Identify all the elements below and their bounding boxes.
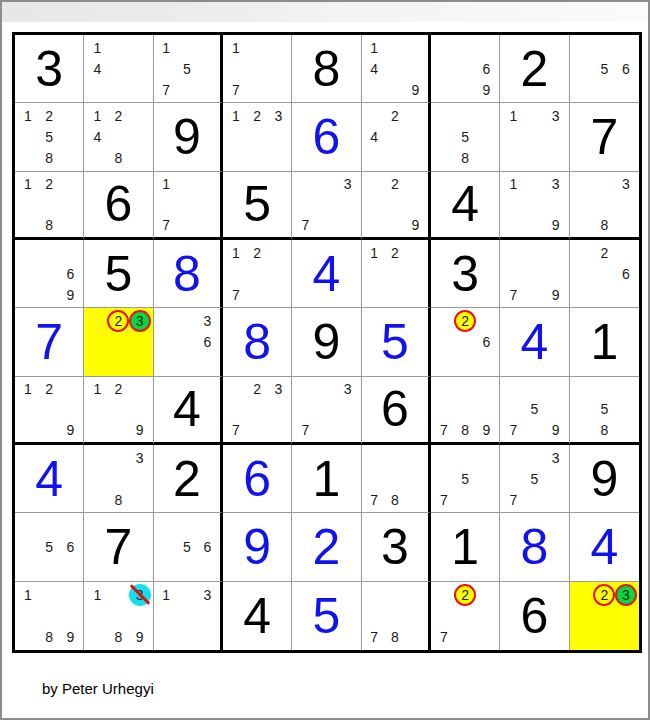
given-digit: 7 (570, 103, 639, 170)
sudoku-board: 3141571781496925612581248912362458137128… (12, 32, 642, 653)
candidate-4: 4 (363, 58, 385, 80)
cell-r6c9[interactable]: 58 (570, 377, 639, 445)
cell-r1c8[interactable]: 2 (500, 35, 569, 103)
cell-r2c9[interactable]: 7 (570, 103, 639, 171)
candidate-6: 6 (196, 536, 218, 558)
cell-r5c7[interactable]: 26 (431, 308, 500, 376)
candidate-5: 5 (523, 398, 545, 420)
candidate-7: 7 (155, 214, 177, 236)
cell-r1c5[interactable]: 8 (292, 35, 361, 103)
candidate-8: 8 (593, 419, 615, 441)
solved-digit: 4 (15, 445, 83, 512)
cell-r9c8[interactable]: 6 (500, 582, 569, 650)
cell-r8c5[interactable]: 2 (292, 513, 361, 581)
given-digit: 7 (84, 513, 152, 580)
given-digit: 1 (431, 513, 499, 580)
candidate-7: 7 (502, 419, 524, 441)
candidate-7: 7 (225, 419, 247, 441)
cell-r5c8[interactable]: 4 (500, 308, 569, 376)
cell-r5c5[interactable]: 9 (292, 308, 361, 376)
candidate-4: 4 (86, 126, 108, 148)
cell-r6c1[interactable]: 129 (15, 377, 84, 445)
cell-r4c1[interactable]: 69 (15, 240, 84, 308)
candidate-6: 6 (475, 331, 497, 353)
cell-r7c3[interactable]: 2 (154, 445, 223, 513)
cell-r5c3[interactable]: 36 (154, 308, 223, 376)
candidate-8: 8 (454, 419, 476, 441)
given-digit: 1 (570, 308, 639, 375)
cell-r6c8[interactable]: 579 (500, 377, 569, 445)
cell-r9c1[interactable]: 189 (15, 582, 84, 650)
candidate-3-circled: 3 (129, 310, 151, 332)
cell-r8c4[interactable]: 9 (223, 513, 292, 581)
cell-r5c2[interactable]: 23 (84, 308, 153, 376)
candidate-7: 7 (433, 626, 455, 648)
cell-r3c7[interactable]: 4 (431, 172, 500, 240)
given-digit: 3 (15, 35, 83, 102)
candidate-3: 3 (129, 447, 151, 469)
cell-r8c8[interactable]: 8 (500, 513, 569, 581)
candidate-9: 9 (129, 419, 151, 441)
candidate-2: 2 (38, 173, 60, 195)
cell-r8c2[interactable]: 7 (84, 513, 153, 581)
candidate-9: 9 (404, 79, 426, 101)
candidate-1: 1 (155, 37, 177, 59)
given-digit: 6 (362, 377, 428, 442)
candidate-7: 7 (363, 626, 385, 648)
cell-r9c3[interactable]: 13 (154, 582, 223, 650)
cell-r6c2[interactable]: 129 (84, 377, 153, 445)
candidate-9: 9 (545, 284, 567, 306)
cell-r8c9[interactable]: 4 (570, 513, 639, 581)
candidate-8: 8 (38, 147, 60, 169)
cell-r2c6[interactable]: 24 (362, 103, 431, 171)
cell-r3c9[interactable]: 38 (570, 172, 639, 240)
cell-r2c5[interactable]: 6 (292, 103, 361, 171)
cell-r1c3[interactable]: 157 (154, 35, 223, 103)
candidate-8: 8 (384, 489, 406, 511)
candidate-1: 1 (86, 584, 108, 606)
candidate-8: 8 (107, 489, 129, 511)
solved-digit: 2 (292, 513, 360, 580)
candidate-3: 3 (337, 378, 359, 400)
candidate-9: 9 (59, 284, 81, 306)
cell-r3c2[interactable]: 6 (84, 172, 153, 240)
candidate-3: 3 (196, 310, 218, 332)
candidate-3: 3 (267, 378, 289, 400)
cell-r3c4[interactable]: 5 (223, 172, 292, 240)
given-digit: 2 (154, 445, 220, 512)
cell-r5c4[interactable]: 8 (223, 308, 292, 376)
candidate-7: 7 (155, 79, 177, 101)
candidate-9: 9 (545, 214, 567, 236)
candidate-6: 6 (59, 536, 81, 558)
candidate-7: 7 (225, 284, 247, 306)
candidate-1: 1 (86, 37, 108, 59)
cell-r6c6[interactable]: 6 (362, 377, 431, 445)
candidate-6: 6 (475, 58, 497, 80)
candidate-5: 5 (38, 536, 60, 558)
cell-r3c8[interactable]: 139 (500, 172, 569, 240)
cell-r3c5[interactable]: 37 (292, 172, 361, 240)
given-digit: 5 (223, 172, 291, 237)
candidate-1: 1 (225, 242, 247, 264)
candidate-3: 3 (545, 447, 567, 469)
given-digit: 6 (500, 582, 568, 650)
candidate-9: 9 (59, 419, 81, 441)
candidate-1: 1 (17, 105, 39, 127)
cell-r7c5[interactable]: 1 (292, 445, 361, 513)
cell-r9c6[interactable]: 78 (362, 582, 431, 650)
given-digit: 4 (431, 172, 499, 237)
cell-r8c6[interactable]: 3 (362, 513, 431, 581)
candidate-1: 1 (363, 37, 385, 59)
cell-r2c1[interactable]: 1258 (15, 103, 84, 171)
credit-text: by Peter Urhegyi (42, 680, 154, 697)
cell-r4c7[interactable]: 3 (431, 240, 500, 308)
candidate-2: 2 (38, 378, 60, 400)
candidate-8: 8 (107, 147, 129, 169)
candidate-6: 6 (196, 331, 218, 353)
candidate-3-circled: 3 (615, 584, 637, 606)
cell-r6c5[interactable]: 37 (292, 377, 361, 445)
candidate-4: 4 (86, 58, 108, 80)
candidate-5: 5 (593, 398, 615, 420)
candidate-2: 2 (107, 105, 129, 127)
candidate-5: 5 (38, 126, 60, 148)
solved-digit: 8 (500, 513, 568, 580)
candidate-6: 6 (615, 263, 637, 285)
given-digit: 4 (223, 582, 291, 650)
candidate-2: 2 (384, 105, 406, 127)
candidate-3: 3 (337, 173, 359, 195)
candidate-5: 5 (523, 468, 545, 490)
given-digit: 6 (84, 172, 152, 237)
solved-digit: 4 (570, 513, 639, 580)
candidate-2-circled: 2 (454, 310, 476, 332)
solved-digit: 5 (292, 582, 360, 650)
cell-r9c2[interactable]: 1389 (84, 582, 153, 650)
cell-r1c4[interactable]: 17 (223, 35, 292, 103)
candidate-8: 8 (454, 147, 476, 169)
candidate-3: 3 (615, 173, 637, 195)
solved-digit: 8 (223, 308, 291, 375)
candidate-5: 5 (454, 468, 476, 490)
candidate-4: 4 (363, 126, 385, 148)
cell-r5c9[interactable]: 1 (570, 308, 639, 376)
cell-r4c9[interactable]: 26 (570, 240, 639, 308)
candidate-6: 6 (615, 58, 637, 80)
candidate-8: 8 (107, 626, 129, 648)
candidate-2: 2 (246, 242, 268, 264)
candidate-7: 7 (294, 419, 316, 441)
candidate-8: 8 (593, 214, 615, 236)
candidate-9: 9 (545, 419, 567, 441)
cell-r7c1[interactable]: 4 (15, 445, 84, 513)
given-digit: 1 (292, 445, 360, 512)
cell-r6c3[interactable]: 4 (154, 377, 223, 445)
solved-digit: 4 (500, 308, 568, 375)
candidate-3: 3 (267, 105, 289, 127)
candidate-9: 9 (475, 419, 497, 441)
given-digit: 9 (292, 308, 360, 375)
candidate-3: 3 (196, 584, 218, 606)
candidate-2: 2 (246, 378, 268, 400)
cell-r2c7[interactable]: 58 (431, 103, 500, 171)
cell-r4c2[interactable]: 5 (84, 240, 153, 308)
given-digit: 3 (431, 240, 499, 307)
candidate-9: 9 (59, 626, 81, 648)
candidate-1: 1 (225, 105, 247, 127)
cell-r8c3[interactable]: 56 (154, 513, 223, 581)
candidate-1: 1 (17, 584, 39, 606)
candidate-7: 7 (363, 489, 385, 511)
solved-digit: 8 (154, 240, 220, 307)
cell-r3c6[interactable]: 29 (362, 172, 431, 240)
candidate-1: 1 (17, 378, 39, 400)
given-digit: 9 (154, 103, 220, 170)
toolbar-strip (2, 2, 648, 22)
cell-r9c5[interactable]: 5 (292, 582, 361, 650)
candidate-1: 1 (86, 105, 108, 127)
cell-r2c8[interactable]: 13 (500, 103, 569, 171)
cell-r5c6[interactable]: 5 (362, 308, 431, 376)
cell-r7c9[interactable]: 9 (570, 445, 639, 513)
candidate-7: 7 (433, 419, 455, 441)
solved-digit: 7 (15, 308, 83, 375)
candidate-2: 2 (593, 242, 615, 264)
cell-r6c4[interactable]: 237 (223, 377, 292, 445)
candidate-1: 1 (225, 37, 247, 59)
cell-r8c1[interactable]: 56 (15, 513, 84, 581)
cell-r3c3[interactable]: 17 (154, 172, 223, 240)
cell-r1c9[interactable]: 56 (570, 35, 639, 103)
solved-digit: 6 (292, 103, 360, 170)
candidate-7: 7 (502, 489, 524, 511)
candidate-5: 5 (593, 58, 615, 80)
candidate-9: 9 (404, 214, 426, 236)
candidate-5: 5 (454, 126, 476, 148)
solved-digit: 9 (223, 513, 291, 580)
cell-r1c2[interactable]: 14 (84, 35, 153, 103)
candidate-2-circled: 2 (454, 584, 476, 606)
given-digit: 5 (84, 240, 152, 307)
cell-r6c7[interactable]: 789 (431, 377, 500, 445)
cell-r5c1[interactable]: 7 (15, 308, 84, 376)
given-digit: 4 (154, 377, 220, 442)
given-digit: 2 (500, 35, 568, 102)
cell-r7c2[interactable]: 38 (84, 445, 153, 513)
candidate-3: 3 (545, 105, 567, 127)
solved-digit: 5 (362, 308, 428, 375)
cell-r1c6[interactable]: 149 (362, 35, 431, 103)
cell-r9c7[interactable]: 27 (431, 582, 500, 650)
cell-r4c3[interactable]: 8 (154, 240, 223, 308)
candidate-1: 1 (86, 378, 108, 400)
candidate-2: 2 (38, 105, 60, 127)
candidate-2: 2 (107, 378, 129, 400)
cell-r4c4[interactable]: 127 (223, 240, 292, 308)
cell-r1c1[interactable]: 3 (15, 35, 84, 103)
candidate-3-eliminated: 3 (129, 584, 151, 606)
candidate-1: 1 (502, 105, 524, 127)
candidate-7: 7 (433, 489, 455, 511)
candidate-8: 8 (38, 214, 60, 236)
cell-r7c8[interactable]: 357 (500, 445, 569, 513)
cell-r7c7[interactable]: 57 (431, 445, 500, 513)
given-digit: 8 (292, 35, 360, 102)
candidate-7: 7 (502, 284, 524, 306)
candidate-1: 1 (17, 173, 39, 195)
candidate-1: 1 (363, 242, 385, 264)
cell-r2c3[interactable]: 9 (154, 103, 223, 171)
candidate-7: 7 (294, 214, 316, 236)
candidate-8: 8 (384, 626, 406, 648)
candidate-9: 9 (475, 79, 497, 101)
candidate-2-circled: 2 (593, 584, 615, 606)
candidate-2: 2 (384, 242, 406, 264)
candidate-9: 9 (129, 626, 151, 648)
candidate-2: 2 (246, 105, 268, 127)
candidate-7: 7 (225, 79, 247, 101)
candidate-1: 1 (155, 584, 177, 606)
solved-digit: 6 (223, 445, 291, 512)
candidate-3: 3 (545, 173, 567, 195)
cell-r9c4[interactable]: 4 (223, 582, 292, 650)
cell-r3c1[interactable]: 128 (15, 172, 84, 240)
candidate-5: 5 (176, 58, 198, 80)
cell-r9c9[interactable]: 23 (570, 582, 639, 650)
candidate-1: 1 (502, 173, 524, 195)
cell-r2c4[interactable]: 123 (223, 103, 292, 171)
cell-r4c8[interactable]: 79 (500, 240, 569, 308)
cell-r7c4[interactable]: 6 (223, 445, 292, 513)
given-digit: 9 (570, 445, 639, 512)
cell-r4c5[interactable]: 4 (292, 240, 361, 308)
candidate-6: 6 (59, 263, 81, 285)
cell-r8c7[interactable]: 1 (431, 513, 500, 581)
candidate-5: 5 (176, 536, 198, 558)
given-digit: 3 (362, 513, 428, 580)
sudoku-applet: 3141571781496925612581248912362458137128… (0, 0, 650, 720)
candidate-2: 2 (384, 173, 406, 195)
candidate-2-circled: 2 (107, 310, 129, 332)
solved-digit: 4 (292, 240, 360, 307)
candidate-8: 8 (38, 626, 60, 648)
cell-r1c7[interactable]: 69 (431, 35, 500, 103)
cell-r4c6[interactable]: 12 (362, 240, 431, 308)
candidate-1: 1 (155, 173, 177, 195)
cell-r2c2[interactable]: 1248 (84, 103, 153, 171)
cell-r7c6[interactable]: 78 (362, 445, 431, 513)
